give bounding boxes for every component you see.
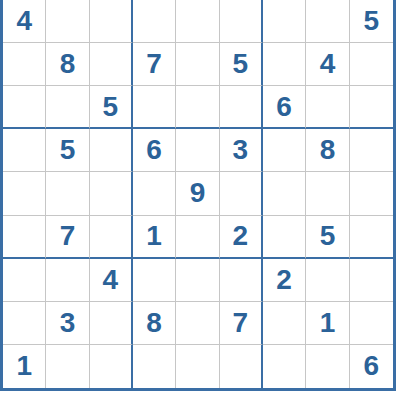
cell-r2c3[interactable] [90, 43, 133, 86]
cell-value: 6 [276, 93, 292, 121]
cell-r4c5[interactable] [176, 129, 219, 172]
cell-value: 4 [320, 50, 336, 78]
cell-r3c9[interactable] [350, 86, 393, 129]
cell-r7c6[interactable] [220, 259, 263, 302]
cell-value: 1 [320, 309, 336, 337]
cell-r2c6[interactable]: 5 [220, 43, 263, 86]
cell-r5c3[interactable] [90, 172, 133, 215]
cell-value: 8 [146, 309, 162, 337]
cell-r5c7[interactable] [263, 172, 306, 215]
cell-r4c9[interactable] [350, 129, 393, 172]
cell-r2c1[interactable] [3, 43, 46, 86]
cell-r6c1[interactable] [3, 216, 46, 259]
cell-value: 4 [103, 266, 119, 294]
cell-r6c4[interactable]: 1 [133, 216, 176, 259]
cell-r9c8[interactable] [306, 345, 349, 388]
cell-value: 5 [103, 93, 119, 121]
cell-r5c9[interactable] [350, 172, 393, 215]
cell-r7c4[interactable] [133, 259, 176, 302]
cell-r5c6[interactable] [220, 172, 263, 215]
cell-r3c4[interactable] [133, 86, 176, 129]
cell-r6c3[interactable] [90, 216, 133, 259]
cell-r3c2[interactable] [46, 86, 89, 129]
cell-value: 1 [16, 352, 32, 380]
cell-r7c8[interactable] [306, 259, 349, 302]
cell-r8c3[interactable] [90, 302, 133, 345]
cell-r8c5[interactable] [176, 302, 219, 345]
cell-r3c7[interactable]: 6 [263, 86, 306, 129]
cell-r7c9[interactable] [350, 259, 393, 302]
cell-value: 4 [16, 7, 32, 35]
cell-value: 7 [146, 50, 162, 78]
cell-r3c3[interactable]: 5 [90, 86, 133, 129]
cell-value: 1 [146, 222, 162, 250]
cell-r4c2[interactable]: 5 [46, 129, 89, 172]
cell-value: 9 [190, 179, 206, 207]
cell-r4c8[interactable]: 8 [306, 129, 349, 172]
cell-r7c2[interactable] [46, 259, 89, 302]
cell-r2c8[interactable]: 4 [306, 43, 349, 86]
cell-r1c9[interactable]: 5 [350, 0, 393, 43]
cell-r6c8[interactable]: 5 [306, 216, 349, 259]
cell-r8c7[interactable] [263, 302, 306, 345]
cell-r9c5[interactable] [176, 345, 219, 388]
cell-r9c1[interactable]: 1 [3, 345, 46, 388]
cell-value: 6 [364, 352, 380, 380]
cell-value: 3 [233, 136, 249, 164]
cell-r4c3[interactable] [90, 129, 133, 172]
cell-r6c9[interactable] [350, 216, 393, 259]
cell-r2c4[interactable]: 7 [133, 43, 176, 86]
cell-value: 5 [60, 136, 76, 164]
cell-r5c5[interactable]: 9 [176, 172, 219, 215]
cell-r8c9[interactable] [350, 302, 393, 345]
cell-r2c2[interactable]: 8 [46, 43, 89, 86]
cell-r9c9[interactable]: 6 [350, 345, 393, 388]
cell-value: 5 [233, 50, 249, 78]
cell-r8c1[interactable] [3, 302, 46, 345]
cell-r4c7[interactable] [263, 129, 306, 172]
cell-r7c7[interactable]: 2 [263, 259, 306, 302]
cell-r6c6[interactable]: 2 [220, 216, 263, 259]
cell-r1c1[interactable]: 4 [3, 0, 46, 43]
cell-value: 5 [320, 222, 336, 250]
cell-r5c8[interactable] [306, 172, 349, 215]
cell-r2c7[interactable] [263, 43, 306, 86]
cell-r1c8[interactable] [306, 0, 349, 43]
cell-r8c6[interactable]: 7 [220, 302, 263, 345]
cell-value: 5 [364, 7, 380, 35]
cell-r3c6[interactable] [220, 86, 263, 129]
cell-r4c4[interactable]: 6 [133, 129, 176, 172]
cell-r6c7[interactable] [263, 216, 306, 259]
cell-value: 7 [60, 222, 76, 250]
cell-r3c5[interactable] [176, 86, 219, 129]
cell-value: 8 [320, 136, 336, 164]
cell-value: 7 [233, 309, 249, 337]
cell-r7c5[interactable] [176, 259, 219, 302]
cell-r9c2[interactable] [46, 345, 89, 388]
cell-r8c4[interactable]: 8 [133, 302, 176, 345]
cell-r4c6[interactable]: 3 [220, 129, 263, 172]
cell-r9c6[interactable] [220, 345, 263, 388]
cell-r1c5[interactable] [176, 0, 219, 43]
cell-r4c1[interactable] [3, 129, 46, 172]
cell-value: 2 [276, 266, 292, 294]
cell-value: 8 [60, 50, 76, 78]
cell-value: 6 [146, 136, 162, 164]
cell-r8c8[interactable]: 1 [306, 302, 349, 345]
cell-r1c2[interactable] [46, 0, 89, 43]
cell-r1c7[interactable] [263, 0, 306, 43]
cell-r9c3[interactable] [90, 345, 133, 388]
cell-r5c2[interactable] [46, 172, 89, 215]
sudoku-board: 4587545656389712542387116 [0, 0, 396, 391]
cell-r6c2[interactable]: 7 [46, 216, 89, 259]
cell-r9c4[interactable] [133, 345, 176, 388]
cell-r8c2[interactable]: 3 [46, 302, 89, 345]
cell-r1c3[interactable] [90, 0, 133, 43]
cell-r5c4[interactable] [133, 172, 176, 215]
cell-r1c4[interactable] [133, 0, 176, 43]
cell-r1c6[interactable] [220, 0, 263, 43]
cell-r5c1[interactable] [3, 172, 46, 215]
cell-r2c5[interactable] [176, 43, 219, 86]
cell-r3c1[interactable] [3, 86, 46, 129]
cell-r9c7[interactable] [263, 345, 306, 388]
cell-r7c1[interactable] [3, 259, 46, 302]
cell-value: 3 [60, 309, 76, 337]
cell-r3c8[interactable] [306, 86, 349, 129]
cell-r7c3[interactable]: 4 [90, 259, 133, 302]
cell-value: 2 [233, 222, 249, 250]
cell-r2c9[interactable] [350, 43, 393, 86]
cell-r6c5[interactable] [176, 216, 219, 259]
